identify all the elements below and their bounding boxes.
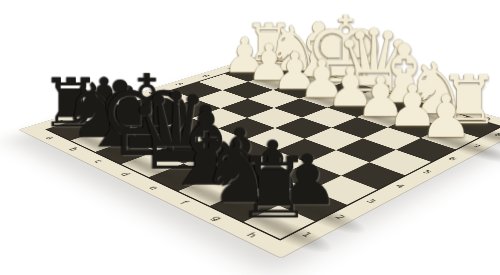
white-pawn-h7: ♟ [420,87,473,146]
pieces-layer: ♜♞♝♚♛♝♞♜♟♟♟♟♟♟♟♟♟♟♟♟♟♟♟♟♜♞♝♚♛♝♞♜ [19,52,500,258]
chess-set-photo: ♜♞♝♚♛♝♞♜♟♟♟♟♟♟♟♟♟♟♟♟♟♟♟♟♜♞♝♚♛♝♞♜ aabbccd… [0,0,500,275]
chess-board-mat: ♜♞♝♚♛♝♞♜♟♟♟♟♟♟♟♟♟♟♟♟♟♟♟♟♜♞♝♚♛♝♞♜ aabbccd… [19,52,500,258]
black-rook-h1: ♜ [236,147,312,232]
